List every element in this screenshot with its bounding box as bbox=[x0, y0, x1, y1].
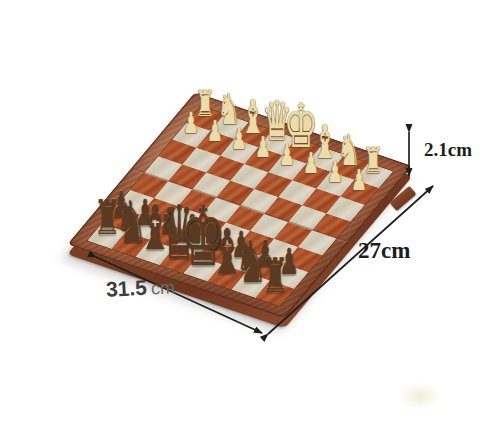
dimension-arrows bbox=[0, 0, 489, 437]
thickness-dimension-label: 2.1cm bbox=[424, 139, 472, 161]
width-value: 31.5 bbox=[105, 276, 147, 301]
depth-dimension-label: 27cm bbox=[358, 238, 410, 264]
width-unit: cm bbox=[150, 277, 175, 298]
chess-set-product-photo: ♜♞♝♛♚♝♞♜♟♟♟♟♟♟♟♟♟♟♟♟♟♟♟♟♜♞♝♛♚♝♞♜ 31.5cm … bbox=[0, 0, 489, 437]
width-dimension-label: 31.5cm bbox=[105, 274, 175, 302]
